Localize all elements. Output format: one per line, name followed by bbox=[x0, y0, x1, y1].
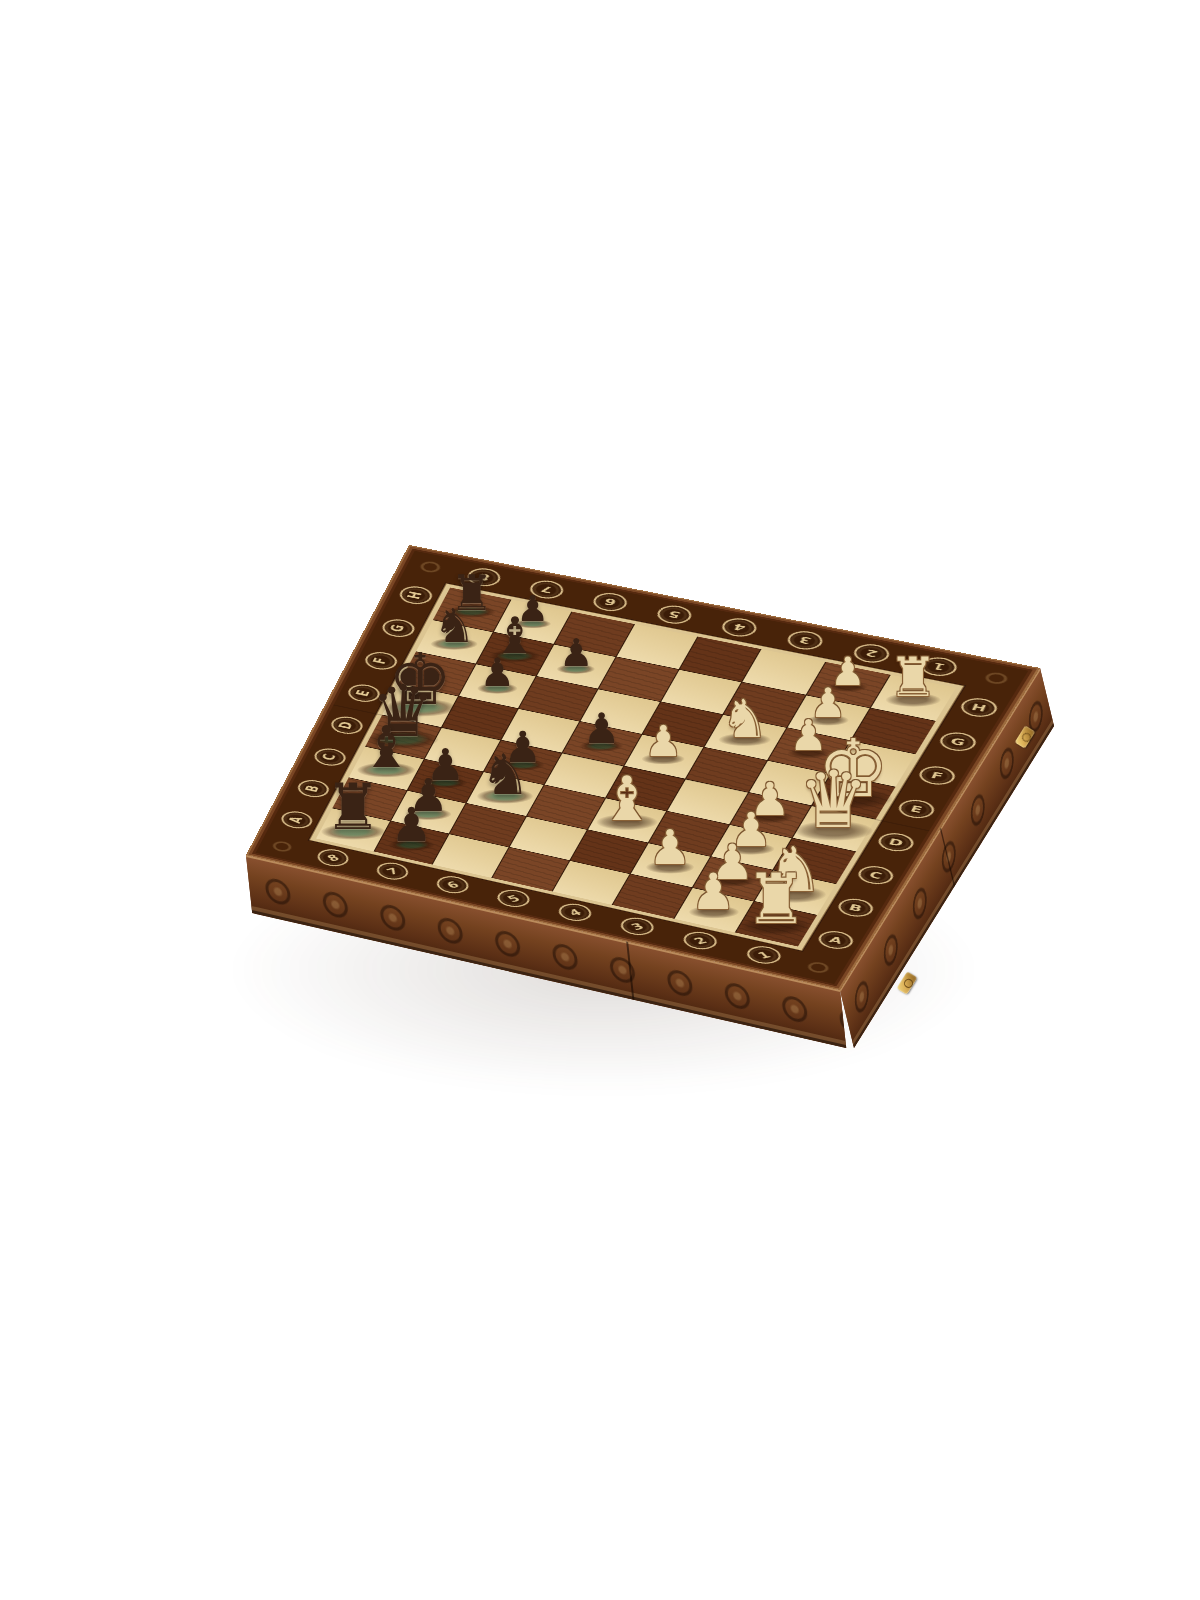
file-label-f: F bbox=[915, 764, 957, 787]
file-label-c: C bbox=[310, 746, 348, 768]
rank-label-7: 7 bbox=[526, 578, 566, 601]
box-joint-line bbox=[626, 941, 634, 999]
file-label-d: D bbox=[327, 714, 365, 736]
rank-label-2: 2 bbox=[677, 929, 722, 952]
rank-label-1: 1 bbox=[917, 655, 960, 679]
file-label-a: A bbox=[815, 929, 856, 952]
rank-label-3: 3 bbox=[614, 915, 659, 938]
file-label-b: B bbox=[835, 896, 876, 919]
file-label-b: B bbox=[294, 778, 332, 800]
rank-label-2: 2 bbox=[850, 642, 893, 665]
rank-label-6: 6 bbox=[431, 874, 474, 896]
rank-label-6: 6 bbox=[589, 591, 630, 614]
file-label-f: F bbox=[361, 650, 400, 673]
rank-label-8: 8 bbox=[464, 566, 503, 588]
file-label-d: D bbox=[875, 831, 917, 854]
file-label-e: E bbox=[344, 682, 383, 704]
file-label-h: H bbox=[957, 696, 1000, 719]
rank-label-4: 4 bbox=[718, 616, 760, 639]
file-label-h: H bbox=[396, 584, 435, 607]
file-label-e: E bbox=[895, 798, 937, 821]
rank-label-7: 7 bbox=[371, 860, 414, 882]
rank-label-3: 3 bbox=[783, 629, 825, 652]
box-fold-seam bbox=[940, 827, 955, 887]
file-label-c: C bbox=[854, 864, 895, 887]
rank-label-5: 5 bbox=[491, 887, 535, 909]
file-label-a: A bbox=[277, 809, 315, 831]
file-label-g: G bbox=[378, 617, 417, 640]
rank-label-1: 1 bbox=[740, 944, 786, 967]
rank-label-8: 8 bbox=[311, 847, 353, 869]
rank-label-4: 4 bbox=[552, 901, 596, 924]
rank-label-5: 5 bbox=[653, 603, 694, 626]
file-label-g: G bbox=[936, 730, 979, 753]
